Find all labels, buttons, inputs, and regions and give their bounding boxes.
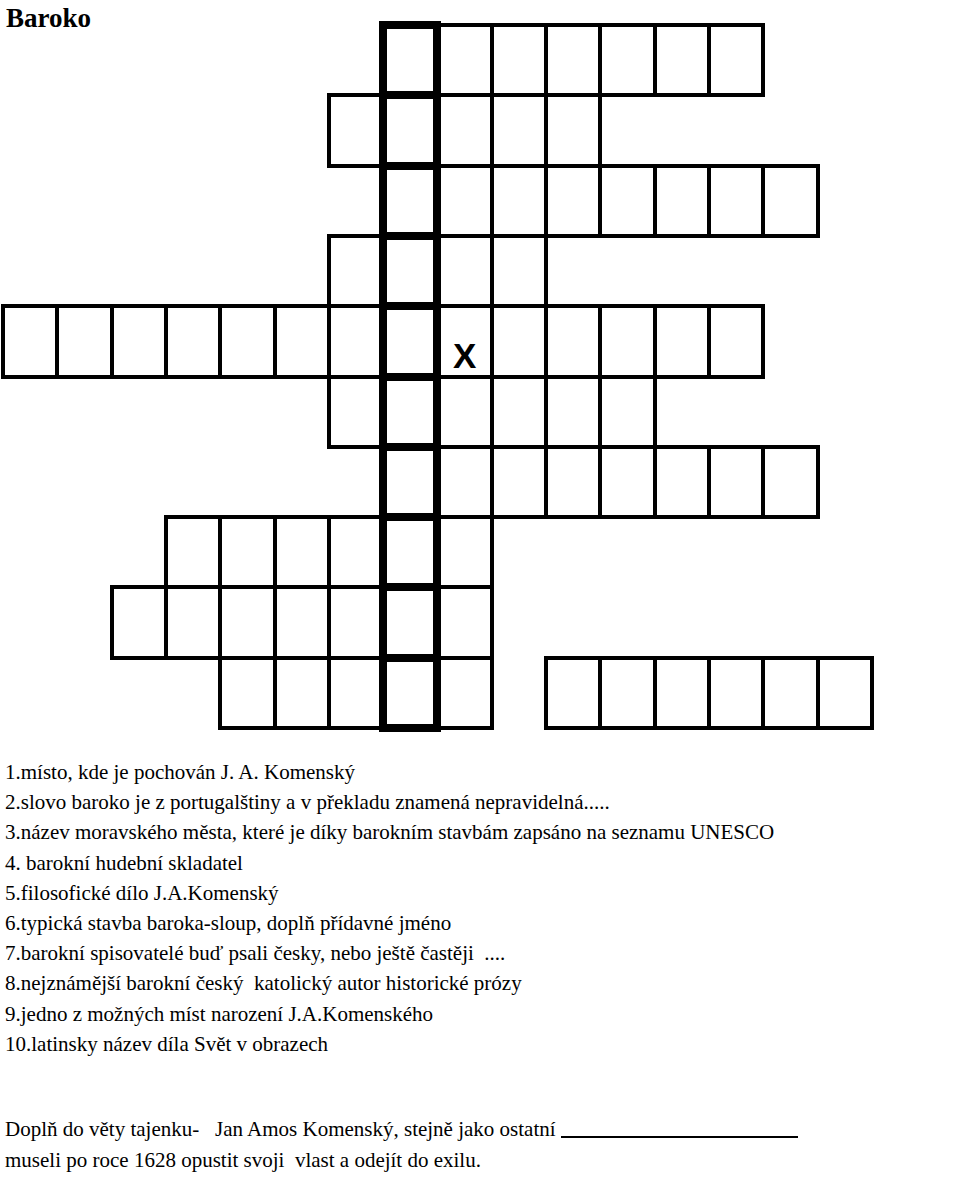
grid-cell[interactable] bbox=[381, 515, 439, 589]
grid-cell[interactable] bbox=[707, 656, 765, 730]
grid-cell[interactable] bbox=[327, 234, 385, 308]
grid-cell[interactable] bbox=[544, 375, 602, 449]
answer-blank bbox=[561, 1133, 798, 1138]
grid-cell[interactable] bbox=[653, 445, 711, 519]
grid-cell[interactable] bbox=[1, 304, 59, 378]
grid-cell[interactable] bbox=[436, 515, 494, 589]
grid-cell[interactable] bbox=[490, 164, 548, 238]
grid-cell[interactable] bbox=[436, 375, 494, 449]
grid-cell[interactable] bbox=[327, 585, 385, 659]
grid-cell[interactable] bbox=[490, 304, 548, 378]
grid-cell[interactable] bbox=[327, 656, 385, 730]
clue-line: 3.název moravského města, které je díky … bbox=[5, 817, 774, 847]
grid-cell[interactable] bbox=[327, 304, 385, 378]
grid-cell[interactable] bbox=[327, 515, 385, 589]
sentence-line2: museli po roce 1628 opustit svoji vlast … bbox=[5, 1148, 481, 1172]
grid-cell[interactable] bbox=[164, 585, 222, 659]
x-marked-cell[interactable]: X bbox=[436, 304, 494, 378]
clue-line: 6.typická stavba baroka-sloup, doplň pří… bbox=[5, 908, 774, 938]
grid-cell[interactable] bbox=[598, 164, 656, 238]
grid-cell[interactable] bbox=[381, 656, 439, 730]
clue-line: 2.slovo baroko je z portugalštiny a v př… bbox=[5, 787, 774, 817]
grid-cell[interactable] bbox=[653, 164, 711, 238]
grid-cell[interactable] bbox=[327, 93, 385, 167]
grid-cell[interactable] bbox=[273, 304, 331, 378]
grid-cell[interactable] bbox=[381, 164, 439, 238]
grid-cell[interactable] bbox=[598, 375, 656, 449]
grid-cell[interactable] bbox=[544, 164, 602, 238]
grid-cell[interactable] bbox=[381, 234, 439, 308]
grid-cell[interactable] bbox=[436, 445, 494, 519]
grid-cell[interactable] bbox=[761, 445, 819, 519]
grid-cell[interactable] bbox=[598, 656, 656, 730]
grid-cell[interactable] bbox=[164, 515, 222, 589]
clue-line: 5.filosofické dílo J.A.Komenský bbox=[5, 878, 774, 908]
clue-line: 9.jedno z možných míst narození J.A.Kome… bbox=[5, 999, 774, 1029]
grid-cell[interactable] bbox=[273, 515, 331, 589]
clue-line: 10.latinsky název díla Svět v obrazech bbox=[5, 1029, 774, 1059]
grid-cell[interactable] bbox=[436, 164, 494, 238]
grid-cell[interactable] bbox=[544, 93, 602, 167]
grid-cell[interactable] bbox=[381, 93, 439, 167]
grid-cell[interactable] bbox=[761, 656, 819, 730]
grid-cell[interactable] bbox=[381, 585, 439, 659]
grid-cell[interactable] bbox=[490, 23, 548, 97]
grid-cell[interactable] bbox=[327, 375, 385, 449]
grid-cell[interactable] bbox=[436, 234, 494, 308]
grid-cell[interactable] bbox=[436, 93, 494, 167]
grid-cell[interactable] bbox=[598, 304, 656, 378]
grid-cell[interactable] bbox=[381, 304, 439, 378]
clue-line: 8.nejznámější barokní český katolický au… bbox=[5, 968, 774, 998]
grid-cell[interactable] bbox=[436, 656, 494, 730]
grid-cell[interactable] bbox=[436, 585, 494, 659]
grid-cell[interactable] bbox=[273, 656, 331, 730]
grid-cell[interactable] bbox=[381, 23, 439, 97]
grid-cell[interactable] bbox=[110, 585, 168, 659]
grid-cell[interactable] bbox=[381, 445, 439, 519]
grid-cell[interactable] bbox=[436, 23, 494, 97]
grid-cell[interactable] bbox=[164, 304, 222, 378]
grid-cell[interactable] bbox=[381, 375, 439, 449]
grid-cell[interactable] bbox=[110, 304, 168, 378]
grid-cell[interactable] bbox=[490, 445, 548, 519]
grid-cell[interactable] bbox=[218, 585, 276, 659]
grid-cell[interactable] bbox=[273, 585, 331, 659]
grid-cell[interactable] bbox=[218, 656, 276, 730]
grid-cell[interactable] bbox=[653, 656, 711, 730]
grid-cell[interactable] bbox=[490, 375, 548, 449]
grid-cell[interactable] bbox=[490, 93, 548, 167]
sentence-line1: Doplň do věty tajenku- Jan Amos Komenský… bbox=[5, 1117, 561, 1141]
grid-cell[interactable] bbox=[707, 304, 765, 378]
grid-cell[interactable] bbox=[707, 445, 765, 519]
grid-cell[interactable] bbox=[816, 656, 874, 730]
clue-line: 7.barokní spisovatelé buď psali česky, n… bbox=[5, 938, 774, 968]
fill-in-sentence: Doplň do věty tajenku- Jan Amos Komenský… bbox=[5, 1114, 798, 1176]
grid-cell[interactable] bbox=[544, 23, 602, 97]
crossword-grid: X bbox=[3, 25, 872, 728]
grid-cell[interactable] bbox=[544, 656, 602, 730]
grid-cell[interactable] bbox=[544, 304, 602, 378]
grid-cell[interactable] bbox=[653, 23, 711, 97]
clue-line: 4. barokní hudební skladatel bbox=[5, 848, 774, 878]
grid-cell[interactable] bbox=[218, 515, 276, 589]
grid-cell[interactable] bbox=[55, 304, 113, 378]
clues-list: 1.místo, kde je pochován J. A. Komenský2… bbox=[5, 757, 774, 1059]
grid-cell[interactable] bbox=[598, 445, 656, 519]
grid-cell[interactable] bbox=[598, 23, 656, 97]
grid-cell[interactable] bbox=[707, 23, 765, 97]
grid-cell[interactable] bbox=[490, 234, 548, 308]
grid-cell[interactable] bbox=[544, 445, 602, 519]
grid-cell[interactable] bbox=[218, 304, 276, 378]
grid-cell[interactable] bbox=[707, 164, 765, 238]
grid-cell[interactable] bbox=[761, 164, 819, 238]
clue-line: 1.místo, kde je pochován J. A. Komenský bbox=[5, 757, 774, 787]
grid-cell[interactable] bbox=[653, 304, 711, 378]
